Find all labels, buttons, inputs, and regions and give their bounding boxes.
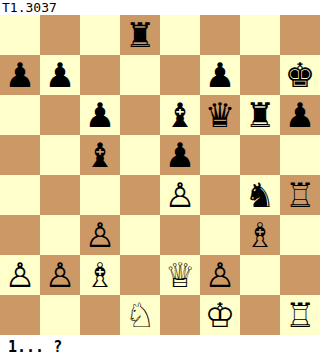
square-b6[interactable] (40, 95, 80, 135)
square-e4[interactable]: ♙ (160, 175, 200, 215)
square-a6[interactable] (0, 95, 40, 135)
piece-black-pawn[interactable]: ♟ (280, 95, 320, 135)
piece-black-bishop[interactable]: ♝ (80, 135, 120, 175)
square-f3[interactable] (200, 215, 240, 255)
square-e2[interactable]: ♕ (160, 255, 200, 295)
piece-black-rook[interactable]: ♜ (240, 95, 280, 135)
square-e7[interactable] (160, 55, 200, 95)
square-b8[interactable] (40, 15, 80, 55)
square-c1[interactable] (80, 295, 120, 335)
square-d1[interactable]: ♘ (120, 295, 160, 335)
square-f4[interactable] (200, 175, 240, 215)
piece-white-pawn[interactable]: ♙ (80, 215, 120, 255)
chess-diagram-page: T1.3037 ♜♟♟♟♚♟♝♛♜♟♝♟♙♞♖♙♗♙♙♗♕♙♘♔♖ 1... ? (0, 0, 320, 360)
square-f1[interactable]: ♔ (200, 295, 240, 335)
square-h1[interactable]: ♖ (280, 295, 320, 335)
square-a2[interactable]: ♙ (0, 255, 40, 295)
piece-black-pawn[interactable]: ♟ (40, 55, 80, 95)
move-prompt: 1... ? (0, 335, 320, 360)
square-d4[interactable] (120, 175, 160, 215)
square-g2[interactable] (240, 255, 280, 295)
piece-white-pawn[interactable]: ♙ (200, 255, 240, 295)
piece-white-queen[interactable]: ♕ (160, 255, 200, 295)
square-b1[interactable] (40, 295, 80, 335)
square-g7[interactable] (240, 55, 280, 95)
square-f2[interactable]: ♙ (200, 255, 240, 295)
square-e1[interactable] (160, 295, 200, 335)
piece-white-pawn[interactable]: ♙ (160, 175, 200, 215)
square-a1[interactable] (0, 295, 40, 335)
square-a7[interactable]: ♟ (0, 55, 40, 95)
square-e8[interactable] (160, 15, 200, 55)
square-h3[interactable] (280, 215, 320, 255)
square-e5[interactable]: ♟ (160, 135, 200, 175)
square-b2[interactable]: ♙ (40, 255, 80, 295)
square-c2[interactable]: ♗ (80, 255, 120, 295)
piece-white-rook[interactable]: ♖ (280, 175, 320, 215)
piece-black-bishop[interactable]: ♝ (160, 95, 200, 135)
piece-white-bishop[interactable]: ♗ (80, 255, 120, 295)
piece-black-queen[interactable]: ♛ (200, 95, 240, 135)
piece-black-pawn[interactable]: ♟ (0, 55, 40, 95)
piece-white-pawn[interactable]: ♙ (40, 255, 80, 295)
piece-white-knight[interactable]: ♘ (120, 295, 160, 335)
square-c8[interactable] (80, 15, 120, 55)
chess-board: ♜♟♟♟♚♟♝♛♜♟♝♟♙♞♖♙♗♙♙♗♕♙♘♔♖ (0, 15, 320, 335)
square-c7[interactable] (80, 55, 120, 95)
piece-black-knight[interactable]: ♞ (240, 175, 280, 215)
square-g6[interactable]: ♜ (240, 95, 280, 135)
square-g3[interactable]: ♗ (240, 215, 280, 255)
piece-black-rook[interactable]: ♜ (120, 15, 160, 55)
square-h6[interactable]: ♟ (280, 95, 320, 135)
piece-white-king[interactable]: ♔ (200, 295, 240, 335)
square-c6[interactable]: ♟ (80, 95, 120, 135)
square-a8[interactable] (0, 15, 40, 55)
square-d6[interactable] (120, 95, 160, 135)
square-c4[interactable] (80, 175, 120, 215)
square-b4[interactable] (40, 175, 80, 215)
piece-white-rook[interactable]: ♖ (280, 295, 320, 335)
square-h7[interactable]: ♚ (280, 55, 320, 95)
square-h4[interactable]: ♖ (280, 175, 320, 215)
square-d2[interactable] (120, 255, 160, 295)
piece-black-pawn[interactable]: ♟ (160, 135, 200, 175)
square-f6[interactable]: ♛ (200, 95, 240, 135)
square-g1[interactable] (240, 295, 280, 335)
square-d7[interactable] (120, 55, 160, 95)
piece-black-pawn[interactable]: ♟ (200, 55, 240, 95)
square-e6[interactable]: ♝ (160, 95, 200, 135)
square-c5[interactable]: ♝ (80, 135, 120, 175)
piece-white-pawn[interactable]: ♙ (0, 255, 40, 295)
square-b7[interactable]: ♟ (40, 55, 80, 95)
square-b3[interactable] (40, 215, 80, 255)
square-g4[interactable]: ♞ (240, 175, 280, 215)
square-h2[interactable] (280, 255, 320, 295)
diagram-title: T1.3037 (0, 0, 320, 15)
square-a5[interactable] (0, 135, 40, 175)
square-g5[interactable] (240, 135, 280, 175)
square-d3[interactable] (120, 215, 160, 255)
square-h5[interactable] (280, 135, 320, 175)
square-f8[interactable] (200, 15, 240, 55)
square-d8[interactable]: ♜ (120, 15, 160, 55)
square-b5[interactable] (40, 135, 80, 175)
square-e3[interactable] (160, 215, 200, 255)
square-f7[interactable]: ♟ (200, 55, 240, 95)
square-c3[interactable]: ♙ (80, 215, 120, 255)
piece-black-pawn[interactable]: ♟ (80, 95, 120, 135)
piece-black-king[interactable]: ♚ (280, 55, 320, 95)
square-a4[interactable] (0, 175, 40, 215)
square-f5[interactable] (200, 135, 240, 175)
square-h8[interactable] (280, 15, 320, 55)
square-g8[interactable] (240, 15, 280, 55)
square-a3[interactable] (0, 215, 40, 255)
piece-white-bishop[interactable]: ♗ (240, 215, 280, 255)
square-d5[interactable] (120, 135, 160, 175)
